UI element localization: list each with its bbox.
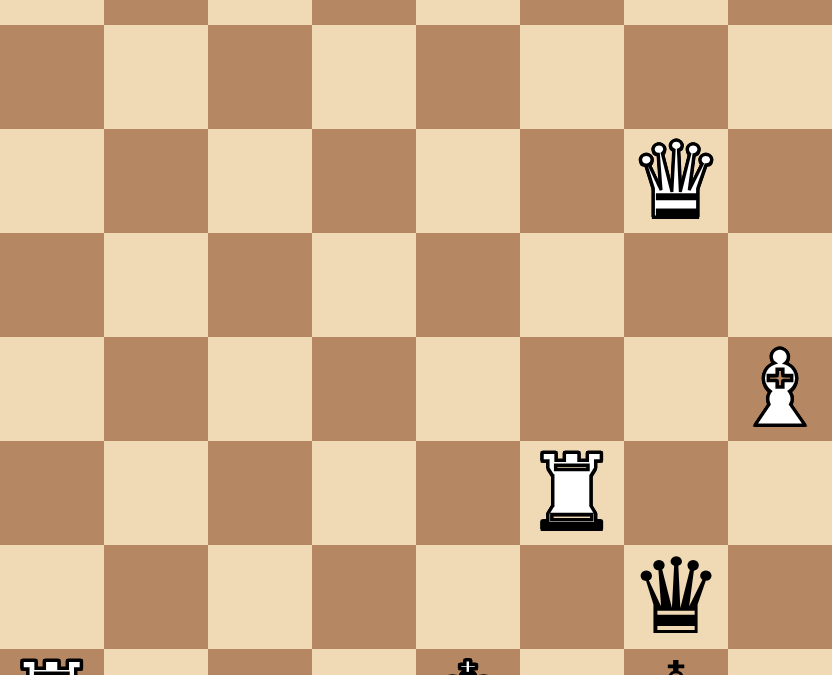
square-f3[interactable]: ♜	[520, 441, 624, 545]
square-a1[interactable]: ♜	[0, 649, 104, 675]
square-d7[interactable]	[312, 25, 416, 129]
white-queen[interactable]: ♛	[629, 129, 723, 234]
square-c7[interactable]	[208, 25, 312, 129]
square-f2[interactable]	[520, 545, 624, 649]
black-queen[interactable]: ♛	[629, 545, 723, 650]
square-c8[interactable]	[208, 0, 312, 25]
square-h1[interactable]	[728, 649, 832, 675]
white-rook[interactable]: ♜	[5, 649, 99, 675]
square-h4[interactable]: ♝	[728, 337, 832, 441]
square-e4[interactable]	[416, 337, 520, 441]
square-d6[interactable]	[312, 129, 416, 233]
square-b2[interactable]	[104, 545, 208, 649]
square-b3[interactable]	[104, 441, 208, 545]
square-b6[interactable]	[104, 129, 208, 233]
square-e3[interactable]	[416, 441, 520, 545]
square-f8[interactable]	[520, 0, 624, 25]
square-b1[interactable]	[104, 649, 208, 675]
square-h7[interactable]	[728, 25, 832, 129]
chess-board: ♛♝♜♛♜♚♚	[0, 0, 832, 675]
square-a7[interactable]	[0, 25, 104, 129]
square-b5[interactable]	[104, 233, 208, 337]
square-b4[interactable]	[104, 337, 208, 441]
square-g7[interactable]	[624, 25, 728, 129]
square-h5[interactable]	[728, 233, 832, 337]
square-h8[interactable]	[728, 0, 832, 25]
square-f4[interactable]	[520, 337, 624, 441]
square-g5[interactable]	[624, 233, 728, 337]
square-h3[interactable]	[728, 441, 832, 545]
square-h2[interactable]	[728, 545, 832, 649]
white-rook[interactable]: ♜	[525, 441, 619, 546]
square-a4[interactable]	[0, 337, 104, 441]
square-a2[interactable]	[0, 545, 104, 649]
square-d2[interactable]	[312, 545, 416, 649]
square-e1[interactable]: ♚	[416, 649, 520, 675]
square-g2[interactable]: ♛	[624, 545, 728, 649]
white-king[interactable]: ♚	[421, 649, 515, 675]
square-a3[interactable]	[0, 441, 104, 545]
square-c1[interactable]	[208, 649, 312, 675]
square-e7[interactable]	[416, 25, 520, 129]
board-viewport: ♛♝♜♛♜♚♚	[0, 0, 832, 675]
square-g4[interactable]	[624, 337, 728, 441]
square-f7[interactable]	[520, 25, 624, 129]
black-king[interactable]: ♚	[629, 649, 723, 675]
square-c4[interactable]	[208, 337, 312, 441]
square-g6[interactable]: ♛	[624, 129, 728, 233]
square-e8[interactable]	[416, 0, 520, 25]
square-f5[interactable]	[520, 233, 624, 337]
square-f6[interactable]	[520, 129, 624, 233]
square-e5[interactable]	[416, 233, 520, 337]
square-c3[interactable]	[208, 441, 312, 545]
square-c6[interactable]	[208, 129, 312, 233]
square-c2[interactable]	[208, 545, 312, 649]
square-d8[interactable]	[312, 0, 416, 25]
square-e6[interactable]	[416, 129, 520, 233]
square-h6[interactable]	[728, 129, 832, 233]
square-d4[interactable]	[312, 337, 416, 441]
square-e2[interactable]	[416, 545, 520, 649]
square-f1[interactable]	[520, 649, 624, 675]
square-d1[interactable]	[312, 649, 416, 675]
square-b8[interactable]	[104, 0, 208, 25]
square-d3[interactable]	[312, 441, 416, 545]
square-a5[interactable]	[0, 233, 104, 337]
square-b7[interactable]	[104, 25, 208, 129]
square-d5[interactable]	[312, 233, 416, 337]
square-c5[interactable]	[208, 233, 312, 337]
square-g3[interactable]	[624, 441, 728, 545]
square-a8[interactable]	[0, 0, 104, 25]
square-g8[interactable]	[624, 0, 728, 25]
square-a6[interactable]	[0, 129, 104, 233]
square-g1[interactable]: ♚	[624, 649, 728, 675]
white-bishop[interactable]: ♝	[733, 337, 827, 442]
